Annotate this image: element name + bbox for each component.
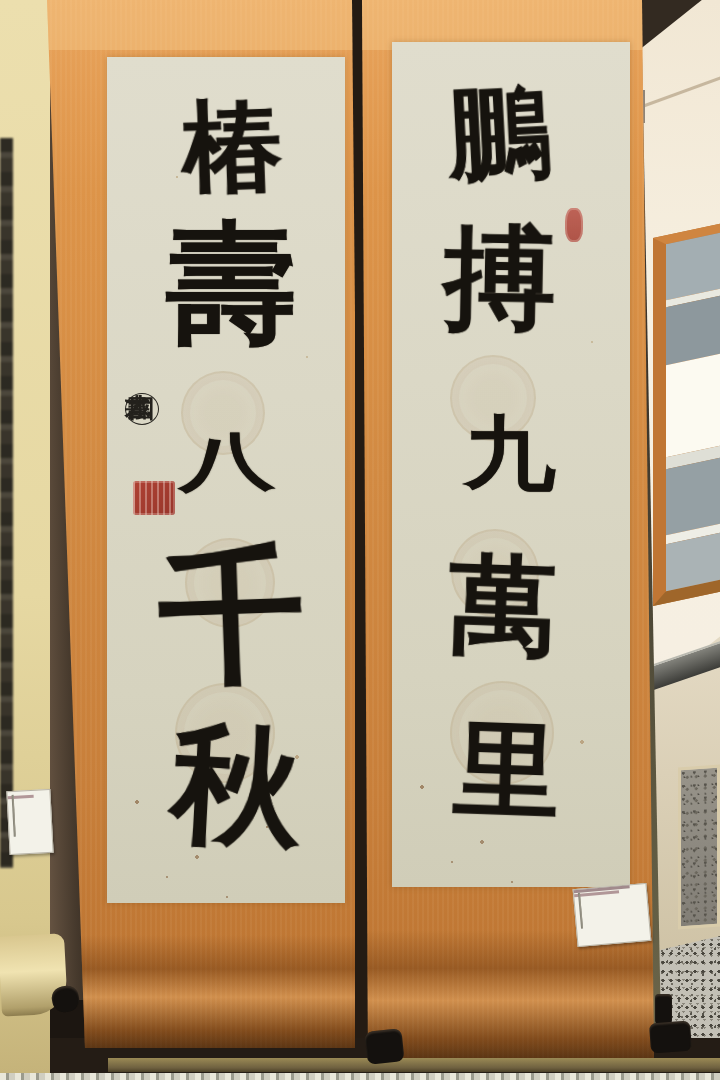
calligraphy-char-qiu: 秋 xyxy=(168,718,305,855)
signature-char: 書 xyxy=(125,393,150,423)
calligraphy-char-ba: 八 xyxy=(179,431,275,493)
foreground-floor xyxy=(0,1073,720,1080)
window-panes xyxy=(666,233,720,591)
right-scroll-paper: 鵬 搏 九 萬 里 xyxy=(392,42,630,887)
window-pane-bright xyxy=(666,354,720,457)
right-scroll-knob xyxy=(649,1021,692,1054)
right-scroll-knob-upper xyxy=(655,994,672,1024)
stand-bottom-rail xyxy=(108,1058,720,1072)
calligraphy-char-peng: 鵬 xyxy=(445,79,552,186)
label-table xyxy=(578,893,583,929)
scroll-roller xyxy=(40,935,355,1048)
window-pane xyxy=(666,533,720,591)
leading-seal xyxy=(565,208,583,242)
adjacent-artwork xyxy=(0,138,13,868)
exhibition-photo: 椿 壽 八 千 秋 國 才 書 鵬 搏 九 萬 里 xyxy=(0,0,720,1080)
left-exhibit-label xyxy=(6,789,53,855)
corridor-window xyxy=(653,224,720,606)
calligraphy-char-wan: 萬 xyxy=(447,550,559,662)
calligraphy-char-jiu: 九 xyxy=(463,414,555,494)
right-exhibit-label xyxy=(573,883,652,947)
artist-seal xyxy=(133,481,175,515)
left-scroll-knob xyxy=(364,1028,404,1065)
left-couplet-scroll: 椿 壽 八 千 秋 國 才 書 xyxy=(40,0,355,1048)
calligraphy-char-qian: 千 xyxy=(156,540,307,691)
granite-pillar xyxy=(678,765,720,930)
calligraphy-char-shou: 壽 xyxy=(165,217,297,349)
calligraphy-char-li: 里 xyxy=(452,716,562,826)
calligraphy-char-chun: 椿 xyxy=(180,95,283,198)
calligraphy-char-bo: 搏 xyxy=(443,221,557,335)
label-table xyxy=(12,795,16,837)
window-pane xyxy=(666,458,720,535)
left-scroll-paper: 椿 壽 八 千 秋 國 才 書 xyxy=(107,57,345,903)
scroll-top-band xyxy=(40,0,355,50)
